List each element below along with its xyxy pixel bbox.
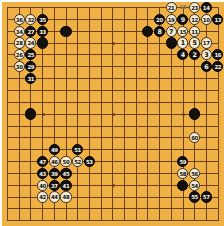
board-intersection[interactable] <box>177 179 189 191</box>
move-number: 25 <box>26 50 35 60</box>
board-intersection[interactable]: 46 <box>48 156 60 168</box>
board-intersection[interactable]: 39 <box>48 167 60 179</box>
move-number: 7 <box>167 27 176 37</box>
white-stone: 52 <box>72 156 83 167</box>
move-number: 11 <box>190 27 199 37</box>
board-intersection[interactable]: 19 <box>165 13 177 25</box>
move-label-empty-point: 18 <box>177 2 189 12</box>
move-number: 13 <box>213 15 222 25</box>
move-number: 39 <box>50 169 59 179</box>
move-number: 5 <box>190 38 199 48</box>
move-number: 55 <box>190 192 199 202</box>
white-stone: 48 <box>60 191 71 202</box>
move-number: 54 <box>190 181 199 191</box>
go-board[interactable]: 2118231436323520199121013342733871511282… <box>2 2 224 226</box>
move-number: 29 <box>26 62 35 72</box>
white-stone: 21 <box>166 2 177 13</box>
move-number: 24 <box>26 38 35 48</box>
move-number: 34 <box>15 27 24 37</box>
move-number: 53 <box>85 157 94 167</box>
move-number: 20 <box>155 15 164 25</box>
board-intersection[interactable]: 21 <box>165 2 177 14</box>
move-number: 45 <box>61 169 70 179</box>
board-intersection[interactable]: 13 <box>212 13 224 25</box>
board-intersection[interactable]: 12 <box>189 13 201 25</box>
black-stone: 49 <box>49 144 60 155</box>
white-stone: 54 <box>189 180 200 191</box>
black-stone: 2 <box>189 49 200 60</box>
black-stone: 45 <box>60 168 71 179</box>
board-intersection[interactable]: 44 <box>48 191 60 203</box>
move-number: 23 <box>190 3 199 13</box>
board-intersection[interactable] <box>37 37 49 49</box>
board-intersection[interactable]: 40 <box>37 179 49 191</box>
white-stone: 26 <box>14 49 25 60</box>
board-intersection[interactable]: 3 <box>200 49 212 61</box>
black-stone: 29 <box>25 61 36 72</box>
white-stone: 11 <box>189 26 200 37</box>
move-number: 58 <box>178 169 187 179</box>
board-intersection[interactable]: 28 <box>13 37 25 49</box>
black-stone: 43 <box>37 168 48 179</box>
black-stone: 53 <box>84 156 95 167</box>
board-intersection[interactable]: 10 <box>200 13 212 25</box>
move-number: 12 <box>190 15 199 25</box>
white-stone: 34 <box>14 26 25 37</box>
move-number: 3 <box>202 50 211 60</box>
black-stone: 33 <box>37 26 48 37</box>
move-number: 37 <box>50 181 59 191</box>
white-stone: 32 <box>25 14 36 25</box>
board-intersection[interactable]: 6 <box>200 61 212 73</box>
move-number: 2 <box>190 50 199 60</box>
white-stone: 24 <box>25 37 36 48</box>
board-intersection[interactable]: 26 <box>13 49 25 61</box>
move-number: 9 <box>178 15 187 25</box>
black-stone: 20 <box>154 14 165 25</box>
board-intersection[interactable]: 41 <box>60 179 72 191</box>
board-intersection[interactable]: 54 <box>189 179 201 191</box>
stones-grid: 2118231436323520199121013342733871511282… <box>2 2 224 226</box>
board-intersection[interactable]: 60 <box>189 132 201 144</box>
board-intersection[interactable]: 9 <box>177 13 189 25</box>
white-stone: 23 <box>189 2 200 13</box>
board-intersection[interactable]: 55 <box>189 191 201 203</box>
move-number: 33 <box>38 27 47 37</box>
board-intersection[interactable]: 56 <box>189 167 201 179</box>
board-intersection[interactable]: 29 <box>25 61 37 73</box>
move-number: 40 <box>38 181 47 191</box>
black-stone: 37 <box>49 180 60 191</box>
board-intersection[interactable]: 52 <box>72 156 84 168</box>
move-number: 26 <box>15 50 24 60</box>
white-stone: 5 <box>189 37 200 48</box>
move-number: 10 <box>202 15 211 25</box>
board-intersection[interactable]: 48 <box>60 191 72 203</box>
board-intersection[interactable]: 50 <box>60 156 72 168</box>
board-intersection[interactable]: 14 <box>200 2 212 14</box>
move-number: 47 <box>38 157 47 167</box>
black-stone: 35 <box>37 14 48 25</box>
black-stone: 25 <box>25 49 36 60</box>
black-stone: 41 <box>60 180 71 191</box>
white-stone: 36 <box>14 14 25 25</box>
black-stone: 39 <box>49 168 60 179</box>
move-number: 50 <box>61 157 70 167</box>
board-intersection[interactable]: 53 <box>83 156 95 168</box>
board-intersection[interactable]: 4 <box>177 49 189 61</box>
move-number: 8 <box>155 27 164 37</box>
white-stone: 10 <box>201 14 212 25</box>
move-number: 44 <box>50 192 59 202</box>
white-stone: 50 <box>60 156 71 167</box>
white-stone: 46 <box>49 156 60 167</box>
move-number: 15 <box>178 27 187 37</box>
board-intersection[interactable] <box>189 108 201 120</box>
move-number: 6 <box>202 62 211 72</box>
move-number: 21 <box>167 3 176 13</box>
move-number: 31 <box>26 74 35 84</box>
board-intersection[interactable] <box>142 25 154 37</box>
black-stone <box>189 108 200 119</box>
board-intersection[interactable]: 51 <box>72 144 84 156</box>
black-stone: 14 <box>201 2 212 13</box>
move-number: 22 <box>213 62 222 72</box>
board-intersection[interactable]: 33 <box>37 25 49 37</box>
white-stone: 1 <box>177 37 188 48</box>
black-stone: 16 <box>212 49 223 60</box>
move-number: 42 <box>38 192 47 202</box>
board-intersection[interactable]: 47 <box>37 156 49 168</box>
board-intersection[interactable]: 23 <box>189 2 201 14</box>
move-number: 49 <box>50 145 59 155</box>
move-number: 17 <box>202 38 211 48</box>
white-stone: 3 <box>201 49 212 60</box>
black-stone <box>25 108 36 119</box>
white-stone: 40 <box>37 180 48 191</box>
black-stone: 9 <box>177 14 188 25</box>
white-stone: 42 <box>37 191 48 202</box>
board-intersection[interactable]: 59 <box>177 156 189 168</box>
white-stone: 60 <box>189 132 200 143</box>
black-stone: 4 <box>177 49 188 60</box>
board-intersection[interactable]: 34 <box>13 25 25 37</box>
move-number: 46 <box>50 157 59 167</box>
board-intersection[interactable]: 24 <box>25 37 37 49</box>
white-stone: 15 <box>177 26 188 37</box>
board-intersection[interactable] <box>60 25 72 37</box>
move-number: 30 <box>15 62 24 72</box>
board-intersection[interactable]: 45 <box>60 167 72 179</box>
white-stone: 30 <box>14 61 25 72</box>
board-intersection[interactable]: 37 <box>48 179 60 191</box>
move-number: 57 <box>202 192 211 202</box>
black-stone: 13 <box>212 14 223 25</box>
move-number: 52 <box>73 157 82 167</box>
black-stone <box>142 26 153 37</box>
move-number: 35 <box>38 15 47 25</box>
board-intersection[interactable]: 2 <box>189 49 201 61</box>
board-intersection[interactable]: 58 <box>177 167 189 179</box>
board-intersection[interactable]: 5 <box>189 37 201 49</box>
board-intersection[interactable]: 31 <box>25 73 37 85</box>
board-intersection[interactable]: 22 <box>212 61 224 73</box>
white-stone: 17 <box>201 37 212 48</box>
black-stone <box>166 37 177 48</box>
black-stone: 57 <box>201 191 212 202</box>
board-intersection[interactable]: 7 <box>165 25 177 37</box>
move-number: 59 <box>178 157 187 167</box>
board-intersection[interactable]: 30 <box>13 61 25 73</box>
black-stone: 6 <box>201 61 212 72</box>
black-stone <box>37 37 48 48</box>
board-intersection[interactable]: 27 <box>25 25 37 37</box>
move-number: 56 <box>190 169 199 179</box>
move-number: 43 <box>38 169 47 179</box>
white-stone: 12 <box>189 14 200 25</box>
move-number: 48 <box>61 192 70 202</box>
move-number: 60 <box>190 133 199 143</box>
black-stone: 8 <box>154 26 165 37</box>
black-stone <box>60 26 71 37</box>
white-stone: 28 <box>14 37 25 48</box>
black-stone: 22 <box>212 61 223 72</box>
board-intersection[interactable]: 17 <box>200 37 212 49</box>
move-number: 19 <box>167 15 176 25</box>
board-intersection[interactable]: 1 <box>177 37 189 49</box>
board-intersection[interactable]: 36 <box>13 13 25 25</box>
black-stone: 51 <box>72 144 83 155</box>
move-number: 1 <box>178 38 187 48</box>
move-number: 41 <box>61 181 70 191</box>
board-intersection[interactable]: 25 <box>25 49 37 61</box>
board-intersection[interactable]: 20 <box>154 13 166 25</box>
move-number: 28 <box>15 38 24 48</box>
move-number: 27 <box>26 27 35 37</box>
white-stone: 7 <box>166 26 177 37</box>
white-stone: 19 <box>166 14 177 25</box>
board-intersection[interactable] <box>165 37 177 49</box>
white-stone: 58 <box>177 168 188 179</box>
board-intersection[interactable]: 32 <box>25 13 37 25</box>
board-intersection[interactable]: 8 <box>154 25 166 37</box>
board-intersection[interactable]: 11 <box>189 25 201 37</box>
move-number: 36 <box>15 15 24 25</box>
board-intersection[interactable]: 16 <box>212 49 224 61</box>
kifu-image: 2118231436323520199121013342733871511282… <box>0 0 224 226</box>
board-intersection[interactable]: 57 <box>200 191 212 203</box>
move-number: 32 <box>26 15 35 25</box>
board-intersection[interactable]: 49 <box>48 144 60 156</box>
board-intersection[interactable]: 15 <box>177 25 189 37</box>
board-intersection[interactable]: 42 <box>37 191 49 203</box>
black-stone: 31 <box>25 73 36 84</box>
board-intersection[interactable]: 43 <box>37 167 49 179</box>
move-number: 16 <box>213 50 222 60</box>
white-stone: 56 <box>189 168 200 179</box>
board-intersection[interactable] <box>25 108 37 120</box>
black-stone: 27 <box>25 26 36 37</box>
move-number: 4 <box>178 50 187 60</box>
move-number: 51 <box>73 145 82 155</box>
black-stone: 47 <box>37 156 48 167</box>
move-number: 14 <box>202 3 211 13</box>
board-intersection[interactable]: 35 <box>37 13 49 25</box>
black-stone <box>177 180 188 191</box>
black-stone: 59 <box>177 156 188 167</box>
board-intersection[interactable]: 18 <box>177 2 189 14</box>
white-stone: 44 <box>49 191 60 202</box>
black-stone: 55 <box>189 191 200 202</box>
